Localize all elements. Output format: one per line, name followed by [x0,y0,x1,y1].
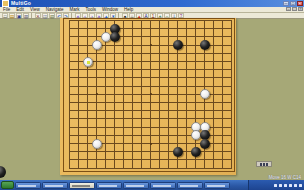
mdi-minimize-button[interactable]: ─ [286,7,291,11]
grid-line-v [213,20,214,169]
grid-line-v [168,20,169,169]
mdi-close-button[interactable]: ✕ [298,7,303,11]
grid-line-h [69,151,232,152]
tray-icon[interactable] [299,184,302,187]
stone-w-d16[interactable] [92,40,102,50]
taskbar-button-1[interactable] [15,182,41,189]
tray-icon[interactable] [289,184,292,187]
grid-line-v [159,20,160,169]
mdi-child-buttons: ─□✕ [286,7,303,11]
new-icon[interactable]: □ [2,13,8,18]
menu-window[interactable]: Window [99,7,121,13]
toolbar-separator [31,13,34,18]
menu-view[interactable]: View [27,7,43,13]
copy-icon[interactable]: ◫ [42,13,48,18]
stone-b-q16[interactable] [200,40,210,50]
window-buttons: ─□✕ [283,1,303,6]
menu-file[interactable]: File [0,7,13,13]
stone-b-n3[interactable] [173,147,183,157]
taskbar-button-6[interactable] [150,182,176,189]
last-move-marker [87,61,90,64]
stone-w-p5[interactable] [191,130,201,140]
grid-line-h [69,168,232,169]
grid-line-v [231,20,232,169]
mdi-restore-button[interactable]: □ [292,7,297,11]
grid-line-h [69,102,232,103]
floating-mini-toolbar[interactable] [256,161,272,167]
stone-w-d4[interactable] [92,139,102,149]
menu-navigate[interactable]: Navigate [43,7,67,13]
cut-icon[interactable]: ✕ [35,13,41,18]
print-icon[interactable]: ▥ [23,13,29,18]
stone-b-n16[interactable] [173,40,183,50]
grid-line-h [69,118,232,119]
stone-w-q10[interactable] [200,89,210,99]
minimize-button[interactable]: ─ [283,1,289,6]
menu-mark[interactable]: Mark [66,7,82,13]
taskbar-button-8[interactable] [204,182,230,189]
start-button[interactable] [1,181,14,189]
mini-toolbar-slot[interactable] [260,163,262,166]
stone-b-f17[interactable] [110,32,120,42]
taskbar-button-4[interactable] [96,182,122,189]
menu-help[interactable]: Help [121,7,136,13]
grid-line-h [69,159,232,160]
tray-icon[interactable] [294,184,297,187]
mini-toolbar-slot[interactable] [266,163,268,166]
open-icon[interactable]: ▤ [9,13,15,18]
hoshi-point [150,44,152,46]
taskbar [0,180,304,190]
taskbar-button-7[interactable] [177,182,203,189]
taskbar-button-3[interactable] [69,182,95,189]
system-tray [248,180,304,190]
save-icon[interactable]: ▣ [16,13,22,18]
taskbar-button-5[interactable] [123,182,149,189]
maximize-button[interactable]: □ [290,1,296,6]
paste-icon[interactable]: ▧ [49,13,55,18]
stone-b-p3[interactable] [191,147,201,157]
grid-line-v [222,20,223,169]
grid-line-v [186,20,187,169]
tray-icon[interactable] [274,184,277,187]
taskbar-button-2[interactable] [42,182,68,189]
tray-icon[interactable] [279,184,282,187]
grid-line-h [69,110,232,111]
mini-toolbar-slot[interactable] [263,163,265,166]
menu-tools[interactable]: Tools [82,7,99,13]
stone-w-c14[interactable] [83,57,93,67]
hoshi-point [150,143,152,145]
menu-edit[interactable]: Edit [13,7,27,13]
close-button[interactable]: ✕ [297,1,303,6]
go-board[interactable] [60,18,236,175]
tray-icon[interactable] [284,184,287,187]
stone-b-q4[interactable] [200,139,210,149]
